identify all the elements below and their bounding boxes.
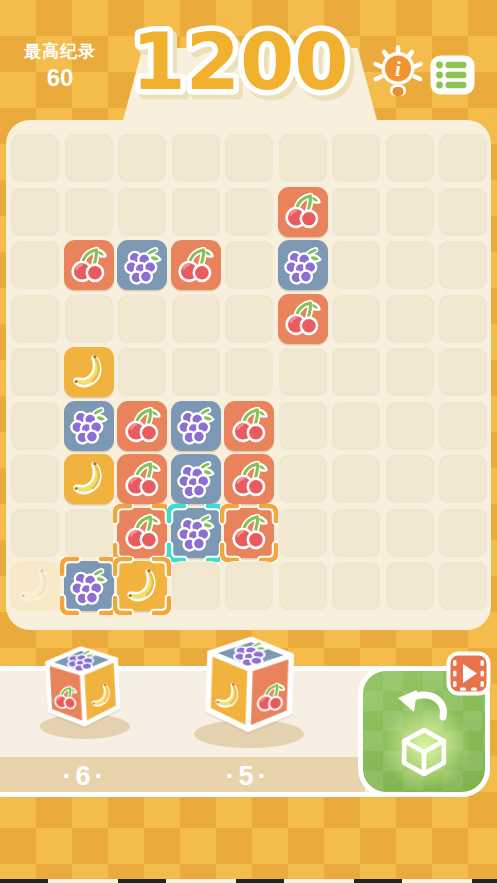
cell-r2c2-grape[interactable]: [117, 240, 167, 290]
cube-icon: [399, 727, 449, 777]
cell-r3c3[interactable]: [171, 294, 221, 344]
cell-r6c7[interactable]: [385, 454, 435, 504]
menu-button[interactable]: [429, 54, 476, 96]
cell-r7c4-cherry[interactable]: [224, 508, 274, 558]
cell-r2c5-grape[interactable]: [278, 240, 328, 290]
cell-r4c1-banana[interactable]: [64, 347, 114, 397]
cell-r7c6[interactable]: [331, 508, 381, 558]
cherry-icon: [229, 512, 270, 553]
grape-icon: [282, 245, 323, 286]
cell-r2c0[interactable]: [10, 240, 60, 290]
cell-r1c2[interactable]: [117, 187, 167, 237]
svg-text:1200: 1200: [131, 17, 348, 107]
cherry-icon: [229, 405, 270, 446]
cell-r6c2-cherry[interactable]: [117, 454, 167, 504]
game-screen: 最高纪录 60 1200 1200 i: [0, 0, 497, 883]
cell-r8c2-banana[interactable]: [117, 561, 167, 611]
hint-button[interactable]: i: [372, 45, 424, 101]
cell-r8c8[interactable]: [438, 561, 488, 611]
banana-icon: [68, 459, 109, 500]
cell-r4c0[interactable]: [10, 347, 60, 397]
cell-r7c8[interactable]: [438, 508, 488, 558]
banana-icon: [68, 352, 109, 393]
cell-r2c8[interactable]: [438, 240, 488, 290]
cell-r6c1-banana[interactable]: [64, 454, 114, 504]
cell-r1c7[interactable]: [385, 187, 435, 237]
cell-r1c4[interactable]: [224, 187, 274, 237]
cell-r6c4-cherry[interactable]: [224, 454, 274, 504]
cell-r3c4[interactable]: [224, 294, 274, 344]
cell-r5c7[interactable]: [385, 401, 435, 451]
watch-ad-video-badge[interactable]: [446, 649, 491, 698]
cell-r1c6[interactable]: [331, 187, 381, 237]
cell-r8c5[interactable]: [278, 561, 328, 611]
grape-icon: [68, 566, 109, 607]
dice-piece-1[interactable]: [36, 642, 131, 737]
cherry-icon: [282, 191, 323, 232]
cell-r5c3-grape[interactable]: [171, 401, 221, 451]
cell-r1c5-cherry[interactable]: [278, 187, 328, 237]
cherry-icon: [122, 459, 163, 500]
cell-r8c4[interactable]: [224, 561, 274, 611]
grape-icon: [175, 459, 216, 500]
cell-r3c0[interactable]: [10, 294, 60, 344]
cherry-icon: [122, 405, 163, 446]
cell-r6c0[interactable]: [10, 454, 60, 504]
cell-r4c8[interactable]: [438, 347, 488, 397]
cell-r2c7[interactable]: [385, 240, 435, 290]
cell-r2c1-cherry[interactable]: [64, 240, 114, 290]
dice-piece-2[interactable]: [194, 632, 305, 743]
current-score: 1200 1200: [90, 4, 390, 116]
dice-count-2: ·5·: [188, 761, 308, 792]
cell-r2c4[interactable]: [224, 240, 274, 290]
grape-icon: [175, 512, 216, 553]
cell-r5c5[interactable]: [278, 401, 328, 451]
cell-r1c1[interactable]: [64, 187, 114, 237]
cell-r3c6[interactable]: [331, 294, 381, 344]
svg-text:i: i: [395, 57, 401, 81]
board-panel: [6, 120, 491, 630]
cell-r7c7[interactable]: [385, 508, 435, 558]
cherry-icon: [282, 298, 323, 339]
cell-r3c7[interactable]: [385, 294, 435, 344]
cell-r3c1[interactable]: [64, 294, 114, 344]
cell-r7c3-grape[interactable]: [171, 508, 221, 558]
cell-r0c4[interactable]: [224, 133, 274, 183]
board-grid: [10, 133, 488, 611]
dice-count-1: ·6·: [25, 761, 145, 792]
cell-r3c5-cherry[interactable]: [278, 294, 328, 344]
cell-r4c5[interactable]: [278, 347, 328, 397]
cell-r5c0[interactable]: [10, 401, 60, 451]
banana-icon: [15, 566, 56, 607]
cell-r5c4-cherry[interactable]: [224, 401, 274, 451]
cell-r8c6[interactable]: [331, 561, 381, 611]
cell-r0c6[interactable]: [331, 133, 381, 183]
cell-r1c3[interactable]: [171, 187, 221, 237]
cell-r4c4[interactable]: [224, 347, 274, 397]
cell-r4c3[interactable]: [171, 347, 221, 397]
cell-r7c2-cherry[interactable]: [117, 508, 167, 558]
cell-r0c5[interactable]: [278, 133, 328, 183]
cell-r0c8[interactable]: [438, 133, 488, 183]
cell-r7c0[interactable]: [10, 508, 60, 558]
cell-r6c8[interactable]: [438, 454, 488, 504]
grape-icon: [175, 405, 216, 446]
cell-r0c1[interactable]: [64, 133, 114, 183]
cherry-icon: [122, 512, 163, 553]
grape-icon: [122, 245, 163, 286]
cell-r1c0[interactable]: [10, 187, 60, 237]
cell-r4c2[interactable]: [117, 347, 167, 397]
cell-r5c2-cherry[interactable]: [117, 401, 167, 451]
cell-r0c3[interactable]: [171, 133, 221, 183]
cell-r0c2[interactable]: [117, 133, 167, 183]
cell-r5c8[interactable]: [438, 401, 488, 451]
cell-r8c0-banana[interactable]: [10, 561, 60, 611]
cell-r0c0[interactable]: [10, 133, 60, 183]
bottom-edge-strip: [0, 879, 497, 883]
cherry-icon: [229, 459, 270, 500]
cell-r4c6[interactable]: [331, 347, 381, 397]
cell-r6c6[interactable]: [331, 454, 381, 504]
cell-r2c3-cherry[interactable]: [171, 240, 221, 290]
cell-r6c5[interactable]: [278, 454, 328, 504]
cell-r7c5[interactable]: [278, 508, 328, 558]
cell-r5c6[interactable]: [331, 401, 381, 451]
list-menu-icon: [431, 56, 475, 95]
cell-r0c7[interactable]: [385, 133, 435, 183]
cell-r3c8[interactable]: [438, 294, 488, 344]
cell-r8c3[interactable]: [171, 561, 221, 611]
cell-r7c1[interactable]: [64, 508, 114, 558]
grape-icon: [68, 405, 109, 446]
cell-r4c7[interactable]: [385, 347, 435, 397]
cell-r8c7[interactable]: [385, 561, 435, 611]
banana-icon: [122, 566, 163, 607]
cherry-icon: [68, 245, 109, 286]
cell-r5c1-grape[interactable]: [64, 401, 114, 451]
cell-r3c2[interactable]: [117, 294, 167, 344]
cell-r1c8[interactable]: [438, 187, 488, 237]
cherry-icon: [175, 245, 216, 286]
cell-r6c3-grape[interactable]: [171, 454, 221, 504]
cell-r2c6[interactable]: [331, 240, 381, 290]
cell-r8c1-grape[interactable]: [64, 561, 114, 611]
